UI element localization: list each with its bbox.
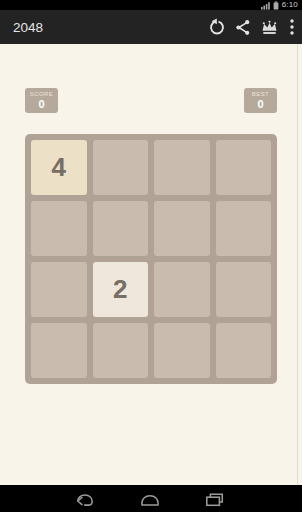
signal-icon — [261, 1, 270, 10]
back-icon — [72, 490, 98, 508]
battery-icon — [273, 1, 279, 10]
game-board[interactable]: 42 — [25, 134, 277, 384]
app-title: 2048 — [13, 20, 43, 35]
share-button[interactable] — [232, 13, 254, 41]
best-box: BEST 0 — [244, 88, 277, 113]
tile-2: 2 — [93, 262, 149, 317]
board-cell-r0c3 — [216, 140, 272, 195]
board-cell-r1c1 — [93, 201, 149, 256]
overflow-menu-button[interactable] — [284, 13, 300, 41]
app-bar-actions — [206, 13, 300, 41]
restart-icon — [208, 18, 226, 36]
restart-button[interactable] — [206, 13, 228, 41]
score-value: 0 — [38, 98, 44, 110]
tile-value: 4 — [52, 152, 66, 183]
board-cell-r3c3 — [216, 323, 272, 378]
status-clock: 6:10 — [282, 0, 298, 10]
leaderboard-button[interactable] — [258, 13, 280, 41]
board-cell-r0c1 — [93, 140, 149, 195]
board-cell-r2c2 — [154, 262, 210, 317]
board-cell-r3c0 — [31, 323, 87, 378]
screen: 6:10 2048 — [0, 0, 302, 512]
overflow-menu-icon — [290, 19, 294, 35]
app-bar: 2048 — [0, 10, 302, 44]
recents-icon — [201, 490, 227, 508]
home-button[interactable] — [137, 485, 163, 512]
score-box: SCORE 0 — [25, 88, 58, 113]
score-label: SCORE — [30, 91, 53, 98]
status-bar: 6:10 — [0, 0, 302, 10]
board-cell-r1c2 — [154, 201, 210, 256]
best-label: BEST — [252, 91, 269, 98]
game-screen: SCORE 0 BEST 0 42 — [0, 44, 302, 485]
recents-button[interactable] — [201, 485, 227, 512]
tile-value: 2 — [113, 274, 127, 305]
back-button[interactable] — [72, 485, 98, 512]
board-cell-r0c2 — [154, 140, 210, 195]
best-value: 0 — [257, 98, 263, 110]
share-icon — [235, 19, 251, 36]
right-edge-line — [297, 44, 298, 485]
board-cell-r2c0 — [31, 262, 87, 317]
nav-bar — [0, 485, 302, 512]
board-cell-r3c1 — [93, 323, 149, 378]
board-cell-r1c0 — [31, 201, 87, 256]
board-cell-r1c3 — [216, 201, 272, 256]
board-cell-r2c3 — [216, 262, 272, 317]
tile-4: 4 — [31, 140, 87, 195]
crown-icon — [260, 19, 279, 36]
board-cell-r3c2 — [154, 323, 210, 378]
home-icon — [137, 490, 163, 508]
